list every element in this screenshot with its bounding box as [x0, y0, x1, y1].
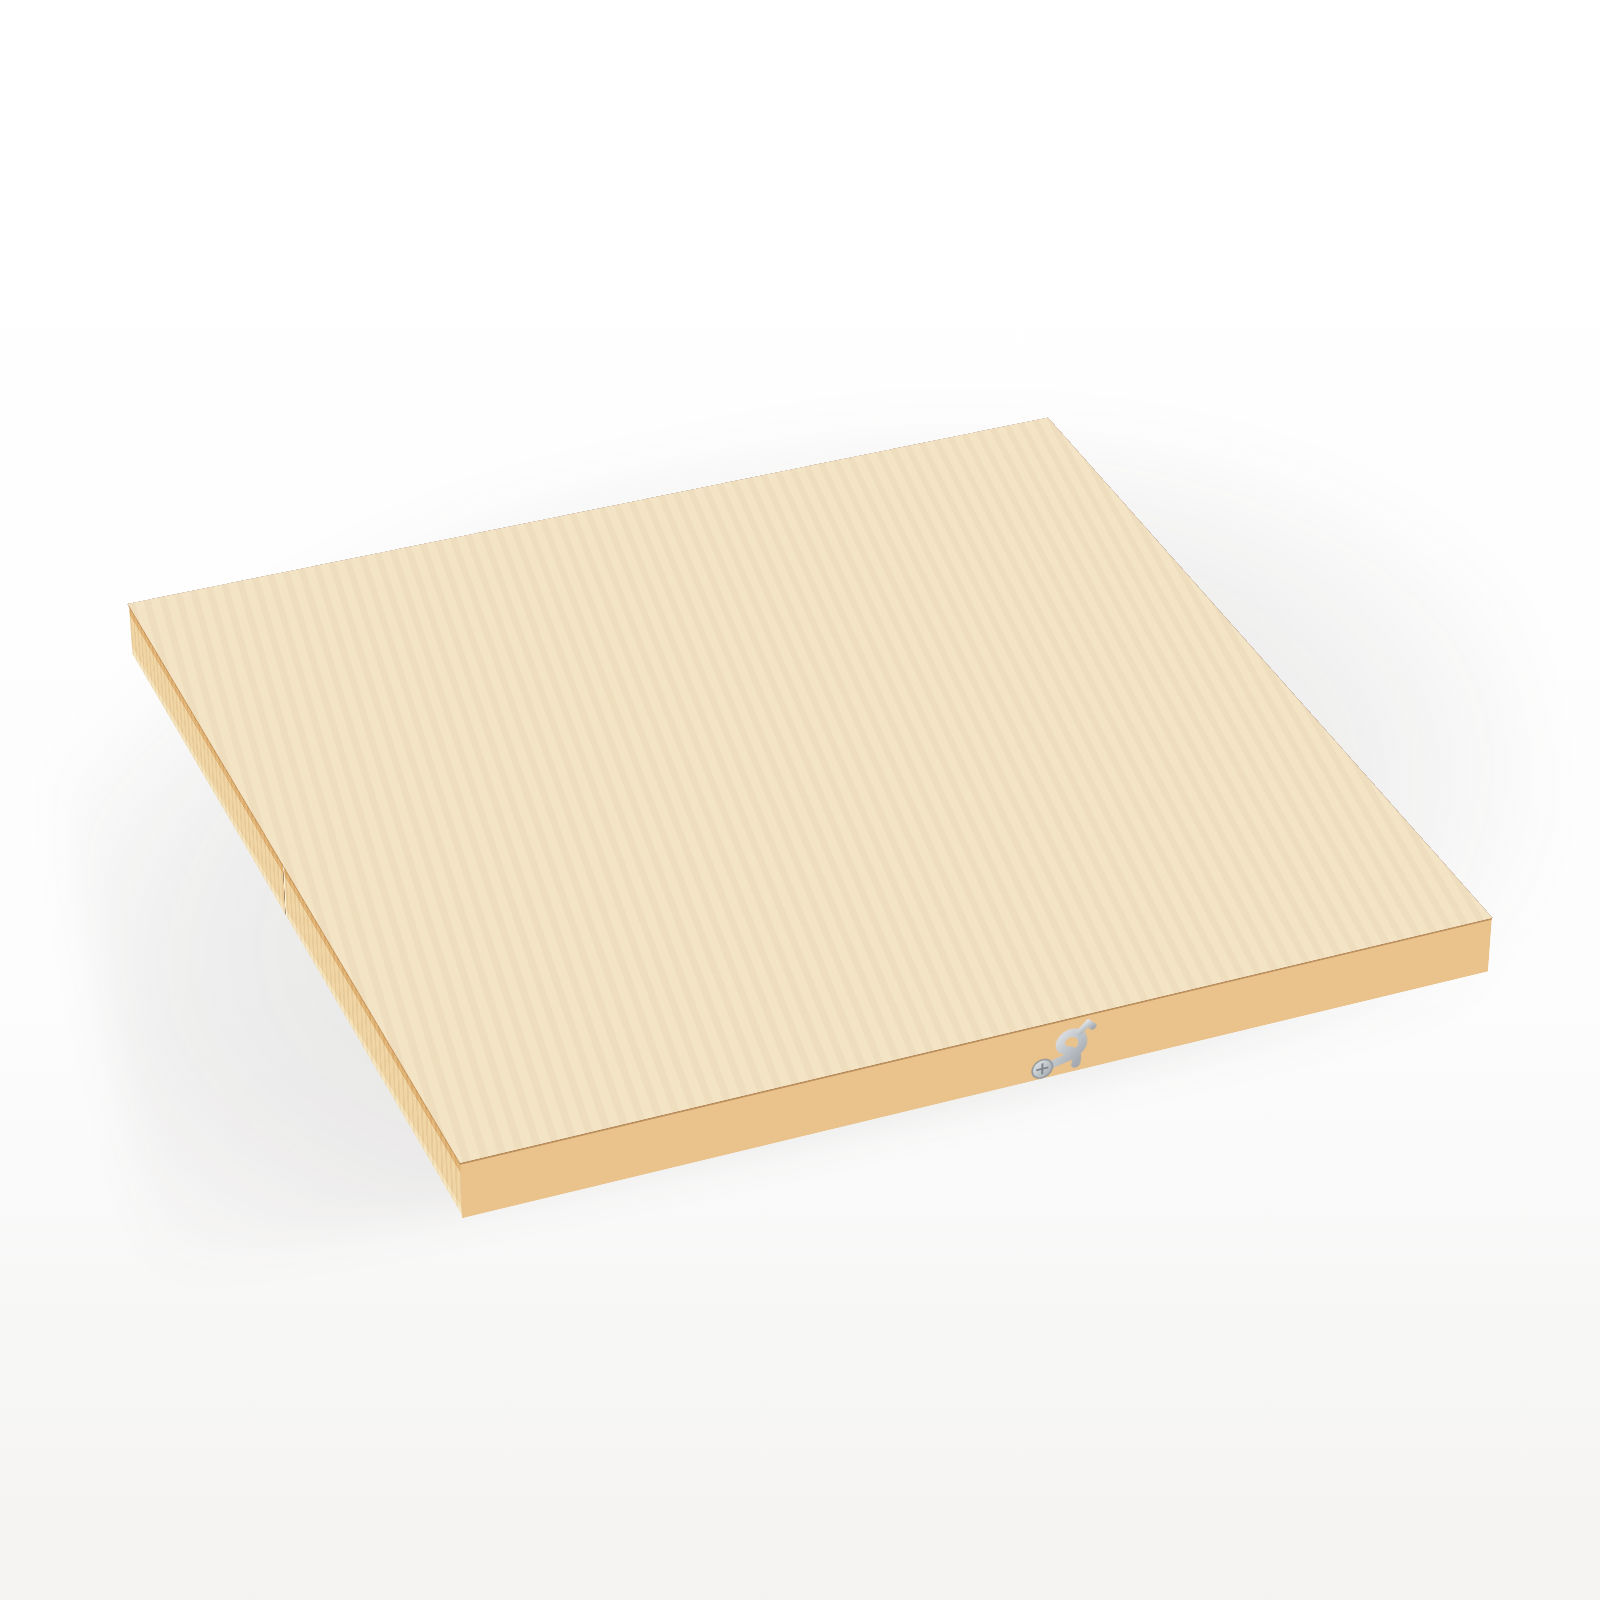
- scene-3d: [0, 0, 1600, 1600]
- product-photo-scene: [0, 0, 1600, 1600]
- latch-hook-icon: [1028, 1015, 1106, 1082]
- chess-board: [128, 418, 1492, 1163]
- board-top-face: [128, 418, 1492, 1163]
